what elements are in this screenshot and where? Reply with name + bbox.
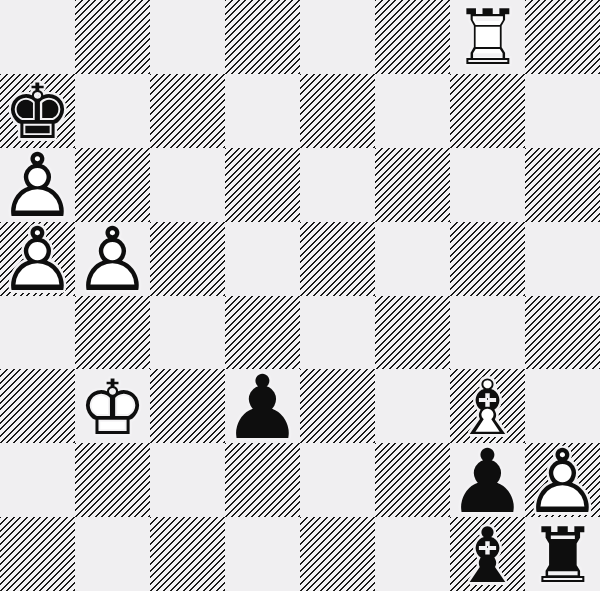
square-h8 [525,0,600,74]
square-g4 [450,296,525,370]
square-g7 [450,74,525,148]
square-a8 [0,0,75,74]
square-d1 [225,517,300,591]
square-h1: ♜ [525,517,600,591]
square-b8 [75,0,150,74]
square-g2: ♟ [450,443,525,517]
square-h4 [525,296,600,370]
square-b1 [75,517,150,591]
chess-board: ♜♖♚♟♙♟♙♟♙♚♔♟♝♗♟♟♙♝♜ [0,0,600,591]
square-c2 [150,443,225,517]
square-g6 [450,148,525,222]
square-c6 [150,148,225,222]
square-a2 [0,443,75,517]
square-e3 [300,369,375,443]
square-f3 [375,369,450,443]
square-d8 [225,0,300,74]
square-e6 [300,148,375,222]
square-b4 [75,296,150,370]
square-e8 [300,0,375,74]
white-king: ♚♔ [75,369,150,443]
white-pawn: ♟♙ [75,222,150,296]
square-e4 [300,296,375,370]
white-rook: ♜♖ [450,0,525,74]
square-e1 [300,517,375,591]
square-d6 [225,148,300,222]
black-pawn: ♟ [225,369,300,443]
square-e2 [300,443,375,517]
square-a1 [0,517,75,591]
square-h2: ♟♙ [525,443,600,517]
square-c3 [150,369,225,443]
square-f7 [375,74,450,148]
square-f1 [375,517,450,591]
square-a3 [0,369,75,443]
square-c7 [150,74,225,148]
square-a5: ♟♙ [0,222,75,296]
square-h7 [525,74,600,148]
square-b7 [75,74,150,148]
square-a4 [0,296,75,370]
square-c8 [150,0,225,74]
square-b5: ♟♙ [75,222,150,296]
square-g5 [450,222,525,296]
square-d3: ♟ [225,369,300,443]
square-f8 [375,0,450,74]
square-e5 [300,222,375,296]
black-pawn: ♟ [450,443,525,517]
white-pawn: ♟♙ [525,443,600,517]
square-h5 [525,222,600,296]
square-c5 [150,222,225,296]
square-f5 [375,222,450,296]
square-f6 [375,148,450,222]
square-c4 [150,296,225,370]
square-g8: ♜♖ [450,0,525,74]
square-h6 [525,148,600,222]
white-pawn: ♟♙ [0,222,75,296]
square-f4 [375,296,450,370]
square-c1 [150,517,225,591]
square-f2 [375,443,450,517]
square-b2 [75,443,150,517]
square-e7 [300,74,375,148]
square-b3: ♚♔ [75,369,150,443]
black-rook: ♜ [525,517,600,591]
square-d2 [225,443,300,517]
square-d7 [225,74,300,148]
black-bishop: ♝ [450,517,525,591]
square-g1: ♝ [450,517,525,591]
square-d5 [225,222,300,296]
